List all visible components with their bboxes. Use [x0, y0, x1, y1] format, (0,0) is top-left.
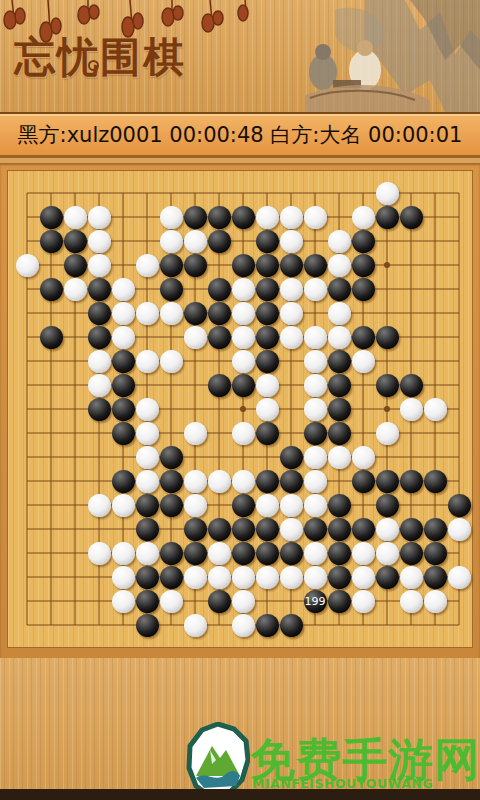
stone-black — [160, 542, 183, 565]
app-title: 忘忧围棋 — [14, 30, 244, 85]
stone-black — [400, 374, 423, 397]
stone-black — [184, 518, 207, 541]
stone-white — [304, 326, 327, 349]
stone-white — [424, 398, 447, 421]
stone-white — [376, 422, 399, 445]
stone-white — [280, 326, 303, 349]
stone-black — [40, 326, 63, 349]
stone-white — [136, 350, 159, 373]
stone-white — [112, 566, 135, 589]
stone-white — [160, 206, 183, 229]
stone-black — [160, 446, 183, 469]
stone-black — [424, 566, 447, 589]
stone-black — [304, 254, 327, 277]
stone-black — [136, 518, 159, 541]
stone-black — [376, 494, 399, 517]
stone-black — [280, 254, 303, 277]
stone-black — [352, 470, 375, 493]
stone-black — [256, 278, 279, 301]
stone-black — [160, 278, 183, 301]
stone-black — [40, 230, 63, 253]
stone-black — [112, 422, 135, 445]
stone-white — [400, 590, 423, 613]
stone-black — [256, 518, 279, 541]
stone-black — [328, 566, 351, 589]
stone-black — [400, 206, 423, 229]
stone-black — [184, 254, 207, 277]
stone-white — [184, 422, 207, 445]
stone-white — [112, 494, 135, 517]
stone-white — [112, 278, 135, 301]
stone-black — [328, 398, 351, 421]
stone-black — [328, 542, 351, 565]
stone-white — [280, 566, 303, 589]
stone-black — [352, 278, 375, 301]
stone-black: 199 — [304, 590, 327, 613]
stone-white — [88, 374, 111, 397]
stone-white — [88, 230, 111, 253]
stone-white — [64, 278, 87, 301]
stone-black — [112, 350, 135, 373]
stone-white — [88, 542, 111, 565]
stone-black — [400, 542, 423, 565]
stone-white — [256, 566, 279, 589]
stone-white — [184, 614, 207, 637]
stone-white — [304, 278, 327, 301]
stone-black — [184, 542, 207, 565]
stone-black — [208, 278, 231, 301]
stone-white — [112, 542, 135, 565]
stone-black — [184, 302, 207, 325]
stone-black — [160, 470, 183, 493]
stone-white — [160, 350, 183, 373]
stone-black — [376, 206, 399, 229]
stone-white — [184, 326, 207, 349]
stone-white — [184, 230, 207, 253]
stone-black — [280, 542, 303, 565]
stone-white — [136, 254, 159, 277]
stone-white — [208, 542, 231, 565]
stone-black — [136, 566, 159, 589]
stone-white — [304, 350, 327, 373]
stone-white — [304, 470, 327, 493]
stone-black — [232, 374, 255, 397]
stone-white — [304, 494, 327, 517]
stone-black — [112, 398, 135, 421]
stone-black — [136, 494, 159, 517]
stone-white — [232, 278, 255, 301]
stone-black — [112, 374, 135, 397]
stone-white — [160, 230, 183, 253]
stone-white — [400, 566, 423, 589]
stone-white — [328, 326, 351, 349]
stone-white — [184, 566, 207, 589]
stone-black — [88, 326, 111, 349]
stone-white — [232, 350, 255, 373]
stone-black — [328, 422, 351, 445]
stone-white — [256, 494, 279, 517]
stone-white — [208, 566, 231, 589]
stone-black — [232, 494, 255, 517]
stone-white — [424, 590, 447, 613]
stone-white — [352, 542, 375, 565]
stone-black — [256, 230, 279, 253]
player-clock-text: 黑方:xulz0001 00:00:48 白方:大名 00:00:01 — [18, 121, 463, 149]
stone-white — [88, 206, 111, 229]
stone-white — [376, 518, 399, 541]
stone-black — [208, 326, 231, 349]
stone-white — [256, 374, 279, 397]
stone-white — [400, 398, 423, 421]
stone-black — [328, 278, 351, 301]
toolbar: ◀◀◀▶▶▶↻▦↺↻ — [0, 658, 480, 800]
stone-black — [208, 590, 231, 613]
stone-black — [40, 206, 63, 229]
stone-white — [112, 590, 135, 613]
stone-white — [232, 590, 255, 613]
stone-black — [280, 470, 303, 493]
stone-black — [376, 326, 399, 349]
stone-white — [352, 590, 375, 613]
stone-white — [136, 446, 159, 469]
stone-black — [232, 542, 255, 565]
stone-white — [256, 398, 279, 421]
stone-black — [208, 374, 231, 397]
stone-black — [352, 326, 375, 349]
stone-black — [160, 254, 183, 277]
stone-black — [280, 446, 303, 469]
stone-black — [88, 302, 111, 325]
stone-white — [304, 206, 327, 229]
stone-black — [424, 518, 447, 541]
stone-white — [352, 206, 375, 229]
stone-black — [160, 494, 183, 517]
header: 忘忧围棋 — [0, 0, 480, 112]
stone-white — [112, 326, 135, 349]
stone-white — [448, 518, 471, 541]
stone-black — [136, 614, 159, 637]
stone-black — [208, 230, 231, 253]
stone-black — [232, 206, 255, 229]
stone-white — [136, 398, 159, 421]
stone-white — [136, 542, 159, 565]
stone-black — [424, 542, 447, 565]
stone-black — [400, 518, 423, 541]
stone-white — [208, 470, 231, 493]
stone-black — [400, 470, 423, 493]
stone-black — [328, 494, 351, 517]
stone-black — [352, 254, 375, 277]
stone-white — [232, 614, 255, 637]
stone-white — [136, 302, 159, 325]
stone-white — [304, 398, 327, 421]
stone-black — [304, 518, 327, 541]
title-dot-decoration — [88, 60, 99, 71]
stone-white — [280, 206, 303, 229]
star-point — [384, 262, 390, 268]
stone-white — [136, 470, 159, 493]
stone-black — [64, 230, 87, 253]
stone-black — [136, 590, 159, 613]
stone-white — [328, 230, 351, 253]
stone-black — [328, 350, 351, 373]
stone-black — [256, 542, 279, 565]
stone-white — [232, 326, 255, 349]
stone-white — [88, 494, 111, 517]
stone-black — [304, 422, 327, 445]
stone-white — [88, 350, 111, 373]
stone-white — [304, 374, 327, 397]
star-point — [384, 406, 390, 412]
stone-white — [280, 302, 303, 325]
status-bar: 黑方:xulz0001 00:00:48 白方:大名 00:00:01 — [0, 112, 480, 158]
stone-white — [448, 566, 471, 589]
stone-black — [208, 302, 231, 325]
stone-black — [376, 566, 399, 589]
stone-white — [232, 302, 255, 325]
stone-white — [280, 494, 303, 517]
stone-black — [232, 518, 255, 541]
stone-black — [256, 350, 279, 373]
stone-white — [328, 302, 351, 325]
bottom-strip — [0, 789, 480, 800]
stone-white — [352, 446, 375, 469]
stone-white — [280, 230, 303, 253]
stone-black — [448, 494, 471, 517]
stone-black — [112, 470, 135, 493]
stone-white — [232, 566, 255, 589]
stone-white — [136, 422, 159, 445]
stone-white — [304, 542, 327, 565]
stone-white — [160, 590, 183, 613]
stone-black — [208, 518, 231, 541]
stone-black — [376, 470, 399, 493]
star-point — [240, 406, 246, 412]
stone-white — [280, 518, 303, 541]
stone-black — [208, 206, 231, 229]
stone-black — [376, 374, 399, 397]
stone-black — [88, 278, 111, 301]
stone-white — [112, 302, 135, 325]
stone-black — [328, 518, 351, 541]
stone-white — [352, 566, 375, 589]
stone-white — [256, 206, 279, 229]
stone-black — [40, 278, 63, 301]
stone-white — [16, 254, 39, 277]
stone-black — [256, 422, 279, 445]
stone-white — [232, 422, 255, 445]
stone-white — [280, 278, 303, 301]
stone-black — [184, 206, 207, 229]
stone-white — [352, 350, 375, 373]
stone-black — [256, 614, 279, 637]
stone-black — [280, 614, 303, 637]
stone-black — [256, 302, 279, 325]
stone-white — [304, 446, 327, 469]
stone-white — [88, 254, 111, 277]
app-screen: 忘忧围棋 黑方:xulz0001 00:00:48 白方:大名 00:00:01… — [0, 0, 480, 800]
stone-white — [328, 446, 351, 469]
stone-white — [184, 494, 207, 517]
stone-white — [376, 542, 399, 565]
go-board-frame: 199 — [0, 163, 480, 658]
stone-black — [352, 230, 375, 253]
last-move-number: 199 — [304, 590, 327, 613]
stone-black — [232, 254, 255, 277]
stone-white — [160, 302, 183, 325]
stone-white — [232, 470, 255, 493]
stone-white — [328, 254, 351, 277]
stone-black — [424, 470, 447, 493]
stone-black — [256, 326, 279, 349]
stone-white — [64, 206, 87, 229]
stone-black — [88, 398, 111, 421]
stone-black — [160, 566, 183, 589]
stone-black — [256, 470, 279, 493]
stone-black — [352, 518, 375, 541]
stone-black — [256, 254, 279, 277]
stone-white — [184, 470, 207, 493]
stone-white — [376, 182, 399, 205]
stone-white — [304, 566, 327, 589]
stone-black — [328, 374, 351, 397]
stone-black — [328, 590, 351, 613]
stone-black — [64, 254, 87, 277]
